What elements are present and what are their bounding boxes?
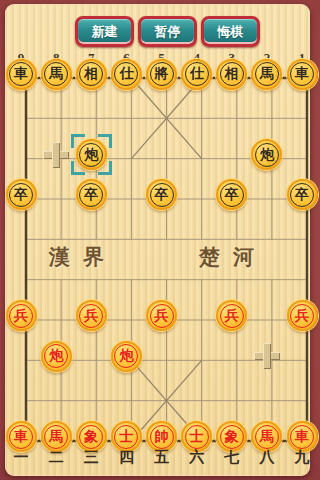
river-label-chuhe: 楚河 xyxy=(199,243,267,271)
piece-character: 車 xyxy=(14,67,28,81)
file-label-bottom-5: 五 xyxy=(149,448,175,467)
piece-black-卒[interactable]: 卒 xyxy=(287,179,318,210)
piece-inner-ring: 炮 xyxy=(255,143,279,167)
piece-character: 馬 xyxy=(260,430,274,444)
piece-inner-ring: 馬 xyxy=(255,62,279,86)
piece-inner-ring: 象 xyxy=(220,425,244,449)
piece-inner-ring: 車 xyxy=(290,62,314,86)
pause-button[interactable]: 暂停 xyxy=(138,16,197,47)
piece-red-兵[interactable]: 兵 xyxy=(76,300,107,331)
piece-black-相[interactable]: 相 xyxy=(76,59,107,90)
piece-black-相[interactable]: 相 xyxy=(216,59,247,90)
origin-cross-marker xyxy=(254,343,280,369)
piece-character: 車 xyxy=(295,430,309,444)
file-label-bottom-4: 四 xyxy=(113,448,139,467)
undo-button[interactable]: 悔棋 xyxy=(201,16,260,47)
piece-character: 相 xyxy=(84,67,98,81)
piece-inner-ring: 馬 xyxy=(255,425,279,449)
piece-character: 兵 xyxy=(14,309,28,323)
piece-character: 士 xyxy=(190,430,204,444)
piece-inner-ring: 仕 xyxy=(114,62,138,86)
piece-inner-ring: 車 xyxy=(9,425,33,449)
piece-inner-ring: 帥 xyxy=(150,425,174,449)
piece-inner-ring: 卒 xyxy=(79,183,103,207)
piece-character: 兵 xyxy=(84,309,98,323)
piece-character: 馬 xyxy=(260,67,274,81)
file-label-bottom-2: 二 xyxy=(43,448,69,467)
piece-character: 帥 xyxy=(155,430,169,444)
piece-inner-ring: 卒 xyxy=(290,183,314,207)
bracket-corner-tr xyxy=(98,134,112,148)
piece-inner-ring: 相 xyxy=(79,62,103,86)
piece-character: 卒 xyxy=(295,188,309,202)
piece-black-車[interactable]: 車 xyxy=(6,59,37,90)
piece-inner-ring: 士 xyxy=(185,425,209,449)
piece-character: 車 xyxy=(14,430,28,444)
piece-character: 炮 xyxy=(49,349,63,363)
piece-character: 仕 xyxy=(190,67,204,81)
selected-piece-brackets xyxy=(71,134,112,175)
piece-character: 象 xyxy=(225,430,239,444)
piece-black-馬[interactable]: 馬 xyxy=(251,59,282,90)
piece-character: 象 xyxy=(84,430,98,444)
file-label-bottom-1: 一 xyxy=(8,448,34,467)
piece-inner-ring: 卒 xyxy=(9,183,33,207)
piece-inner-ring: 車 xyxy=(9,62,33,86)
piece-character: 車 xyxy=(295,67,309,81)
piece-inner-ring: 將 xyxy=(150,62,174,86)
piece-character: 卒 xyxy=(225,188,239,202)
file-label-bottom-8: 八 xyxy=(254,448,280,467)
piece-character: 卒 xyxy=(155,188,169,202)
piece-red-炮[interactable]: 炮 xyxy=(41,341,72,372)
piece-inner-ring: 卒 xyxy=(220,183,244,207)
piece-character: 馬 xyxy=(49,67,63,81)
new-game-button[interactable]: 新建 xyxy=(75,16,134,47)
piece-black-將[interactable]: 將 xyxy=(146,59,177,90)
bracket-corner-tl xyxy=(71,134,85,148)
piece-black-仕[interactable]: 仕 xyxy=(111,59,142,90)
piece-black-仕[interactable]: 仕 xyxy=(181,59,212,90)
piece-inner-ring: 仕 xyxy=(185,62,209,86)
piece-character: 炮 xyxy=(260,148,274,162)
piece-inner-ring: 車 xyxy=(290,425,314,449)
file-label-bottom-3: 三 xyxy=(78,448,104,467)
toolbar: 新建 暂停 悔棋 xyxy=(5,16,310,48)
piece-inner-ring: 兵 xyxy=(290,304,314,328)
file-label-bottom-6: 六 xyxy=(184,448,210,467)
piece-character: 相 xyxy=(225,67,239,81)
piece-character: 仕 xyxy=(119,67,133,81)
piece-inner-ring: 馬 xyxy=(44,62,68,86)
bracket-corner-br xyxy=(98,161,112,175)
piece-character: 兵 xyxy=(295,309,309,323)
piece-inner-ring: 兵 xyxy=(79,304,103,328)
piece-character: 兵 xyxy=(155,309,169,323)
piece-inner-ring: 炮 xyxy=(44,344,68,368)
piece-red-炮[interactable]: 炮 xyxy=(111,341,142,372)
file-label-bottom-9: 九 xyxy=(289,448,315,467)
piece-red-兵[interactable]: 兵 xyxy=(287,300,318,331)
piece-black-馬[interactable]: 馬 xyxy=(41,59,72,90)
piece-inner-ring: 象 xyxy=(79,425,103,449)
piece-inner-ring: 炮 xyxy=(114,344,138,368)
piece-inner-ring: 士 xyxy=(114,425,138,449)
river-label-hanjie: 漢界 xyxy=(49,243,117,271)
piece-inner-ring: 馬 xyxy=(44,425,68,449)
piece-character: 兵 xyxy=(225,309,239,323)
piece-character: 卒 xyxy=(84,188,98,202)
piece-inner-ring: 相 xyxy=(220,62,244,86)
piece-inner-ring: 兵 xyxy=(150,304,174,328)
file-label-bottom-7: 七 xyxy=(219,448,245,467)
piece-character: 炮 xyxy=(119,349,133,363)
piece-inner-ring: 卒 xyxy=(150,183,174,207)
piece-character: 士 xyxy=(119,430,133,444)
piece-inner-ring: 兵 xyxy=(220,304,244,328)
piece-inner-ring: 兵 xyxy=(9,304,33,328)
bracket-corner-bl xyxy=(71,161,85,175)
piece-red-兵[interactable]: 兵 xyxy=(6,300,37,331)
xiangqi-app: 新建 暂停 悔棋 987654321 xyxy=(0,0,320,480)
origin-cross-marker xyxy=(43,142,69,168)
piece-character: 馬 xyxy=(49,430,63,444)
piece-character: 卒 xyxy=(14,188,28,202)
piece-black-卒[interactable]: 卒 xyxy=(6,179,37,210)
board-panel: 新建 暂停 悔棋 987654321 xyxy=(5,4,310,476)
piece-black-車[interactable]: 車 xyxy=(287,59,318,90)
piece-character: 將 xyxy=(155,67,169,81)
